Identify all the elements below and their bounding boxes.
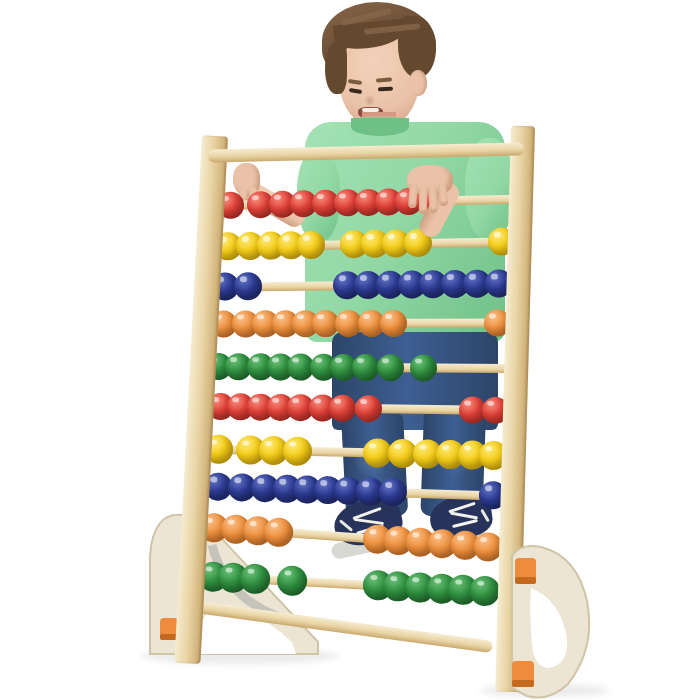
finger: [408, 183, 418, 208]
finger: [419, 185, 427, 214]
finger: [428, 185, 437, 213]
product-photo-abacus: [0, 0, 700, 700]
reaching-hand: [0, 0, 700, 700]
